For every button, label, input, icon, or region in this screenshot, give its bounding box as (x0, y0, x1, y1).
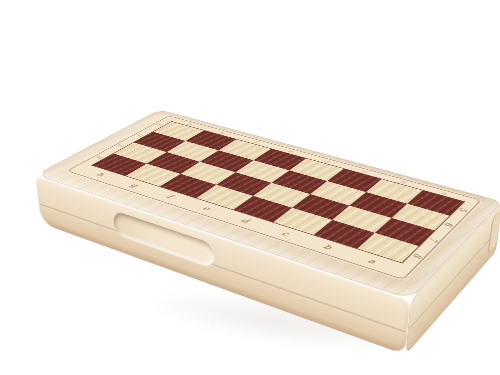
folded-chess-case: hgfedcba hgfedcba 5678 5678 (41, 153, 496, 355)
hinge-tab (488, 209, 500, 254)
photo-scene: hgfedcba hgfedcba 5678 5678 (0, 0, 500, 375)
perspective-wrapper: hgfedcba hgfedcba 5678 5678 (0, 0, 500, 375)
